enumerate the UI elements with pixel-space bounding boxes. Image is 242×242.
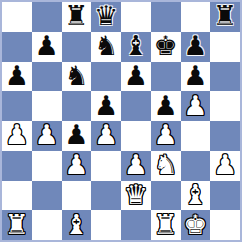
white-pawn[interactable]: ♟ bbox=[5, 121, 29, 148]
black-pawn[interactable]: ♟ bbox=[64, 121, 88, 148]
black-pawn[interactable]: ♟ bbox=[124, 62, 148, 89]
square-h3[interactable]: ♟ bbox=[210, 151, 240, 181]
square-g7[interactable]: ♟ bbox=[181, 32, 211, 62]
square-h6[interactable] bbox=[210, 62, 240, 92]
square-a6[interactable]: ♟ bbox=[2, 62, 32, 92]
square-e3[interactable]: ♟ bbox=[121, 151, 151, 181]
square-d2[interactable] bbox=[91, 181, 121, 211]
square-b8[interactable] bbox=[32, 2, 62, 32]
square-f4[interactable]: ♟ bbox=[151, 121, 181, 151]
black-king[interactable]: ♚ bbox=[154, 32, 178, 59]
square-h8[interactable]: ♜ bbox=[210, 2, 240, 32]
square-g8[interactable] bbox=[181, 2, 211, 32]
square-c7[interactable] bbox=[62, 32, 92, 62]
square-c6[interactable]: ♞ bbox=[62, 62, 92, 92]
square-c5[interactable] bbox=[62, 91, 92, 121]
square-a4[interactable]: ♟ bbox=[2, 121, 32, 151]
square-e4[interactable] bbox=[121, 121, 151, 151]
square-b5[interactable] bbox=[32, 91, 62, 121]
square-g2[interactable]: ♝ bbox=[181, 181, 211, 211]
square-b7[interactable]: ♟ bbox=[32, 32, 62, 62]
white-pawn[interactable]: ♟ bbox=[124, 151, 148, 178]
square-f2[interactable] bbox=[151, 181, 181, 211]
square-d6[interactable] bbox=[91, 62, 121, 92]
square-d4[interactable]: ♟ bbox=[91, 121, 121, 151]
square-b1[interactable] bbox=[32, 210, 62, 240]
white-queen[interactable]: ♛ bbox=[124, 181, 148, 208]
square-e7[interactable]: ♝ bbox=[121, 32, 151, 62]
square-c1[interactable]: ♝ bbox=[62, 210, 92, 240]
square-a1[interactable]: ♜ bbox=[2, 210, 32, 240]
white-knight[interactable]: ♞ bbox=[154, 151, 178, 178]
square-a2[interactable] bbox=[2, 181, 32, 211]
square-h5[interactable] bbox=[210, 91, 240, 121]
square-e8[interactable] bbox=[121, 2, 151, 32]
white-king[interactable]: ♚ bbox=[183, 211, 207, 238]
black-pawn[interactable]: ♟ bbox=[5, 62, 29, 89]
black-pawn[interactable]: ♟ bbox=[183, 62, 207, 89]
square-b4[interactable]: ♟ bbox=[32, 121, 62, 151]
square-e6[interactable]: ♟ bbox=[121, 62, 151, 92]
black-queen[interactable]: ♛ bbox=[94, 2, 118, 29]
square-a8[interactable] bbox=[2, 2, 32, 32]
white-pawn[interactable]: ♟ bbox=[64, 151, 88, 178]
square-e5[interactable] bbox=[121, 91, 151, 121]
square-c3[interactable]: ♟ bbox=[62, 151, 92, 181]
square-d8[interactable]: ♛ bbox=[91, 2, 121, 32]
white-bishop[interactable]: ♝ bbox=[64, 211, 88, 238]
square-h7[interactable] bbox=[210, 32, 240, 62]
square-g3[interactable] bbox=[181, 151, 211, 181]
black-knight[interactable]: ♞ bbox=[94, 32, 118, 59]
white-pawn[interactable]: ♟ bbox=[213, 151, 237, 178]
square-g4[interactable] bbox=[181, 121, 211, 151]
black-pawn[interactable]: ♟ bbox=[35, 32, 59, 59]
square-d1[interactable] bbox=[91, 210, 121, 240]
square-b2[interactable] bbox=[32, 181, 62, 211]
white-pawn[interactable]: ♟ bbox=[35, 121, 59, 148]
black-pawn[interactable]: ♟ bbox=[94, 92, 118, 119]
white-pawn[interactable]: ♟ bbox=[154, 121, 178, 148]
square-a7[interactable] bbox=[2, 32, 32, 62]
square-f8[interactable] bbox=[151, 2, 181, 32]
white-pawn[interactable]: ♟ bbox=[94, 121, 118, 148]
square-c4[interactable]: ♟ bbox=[62, 121, 92, 151]
black-rook[interactable]: ♜ bbox=[64, 2, 88, 29]
black-bishop[interactable]: ♝ bbox=[124, 32, 148, 59]
square-e2[interactable]: ♛ bbox=[121, 181, 151, 211]
square-d7[interactable]: ♞ bbox=[91, 32, 121, 62]
square-h2[interactable] bbox=[210, 181, 240, 211]
square-d5[interactable]: ♟ bbox=[91, 91, 121, 121]
square-c8[interactable]: ♜ bbox=[62, 2, 92, 32]
square-h4[interactable] bbox=[210, 121, 240, 151]
black-knight[interactable]: ♞ bbox=[64, 62, 88, 89]
square-f1[interactable]: ♜ bbox=[151, 210, 181, 240]
square-b6[interactable] bbox=[32, 62, 62, 92]
square-e1[interactable] bbox=[121, 210, 151, 240]
square-a5[interactable] bbox=[2, 91, 32, 121]
black-pawn[interactable]: ♟ bbox=[154, 92, 178, 119]
white-pawn[interactable]: ♟ bbox=[183, 92, 207, 119]
black-pawn[interactable]: ♟ bbox=[183, 32, 207, 59]
square-g1[interactable]: ♚ bbox=[181, 210, 211, 240]
black-rook[interactable]: ♜ bbox=[213, 2, 237, 29]
square-g6[interactable]: ♟ bbox=[181, 62, 211, 92]
square-f5[interactable]: ♟ bbox=[151, 91, 181, 121]
white-bishop[interactable]: ♝ bbox=[183, 181, 207, 208]
square-b3[interactable] bbox=[32, 151, 62, 181]
square-d3[interactable] bbox=[91, 151, 121, 181]
square-h1[interactable] bbox=[210, 210, 240, 240]
square-f7[interactable]: ♚ bbox=[151, 32, 181, 62]
white-rook[interactable]: ♜ bbox=[154, 211, 178, 238]
square-f3[interactable]: ♞ bbox=[151, 151, 181, 181]
square-c2[interactable] bbox=[62, 181, 92, 211]
square-a3[interactable] bbox=[2, 151, 32, 181]
square-g5[interactable]: ♟ bbox=[181, 91, 211, 121]
chess-board: ♜♛♜♟♞♝♚♟♟♞♟♟♟♟♟♟♟♟♟♟♟♟♞♟♛♝♜♝♜♚ bbox=[0, 0, 242, 242]
white-rook[interactable]: ♜ bbox=[5, 211, 29, 238]
square-f6[interactable] bbox=[151, 62, 181, 92]
